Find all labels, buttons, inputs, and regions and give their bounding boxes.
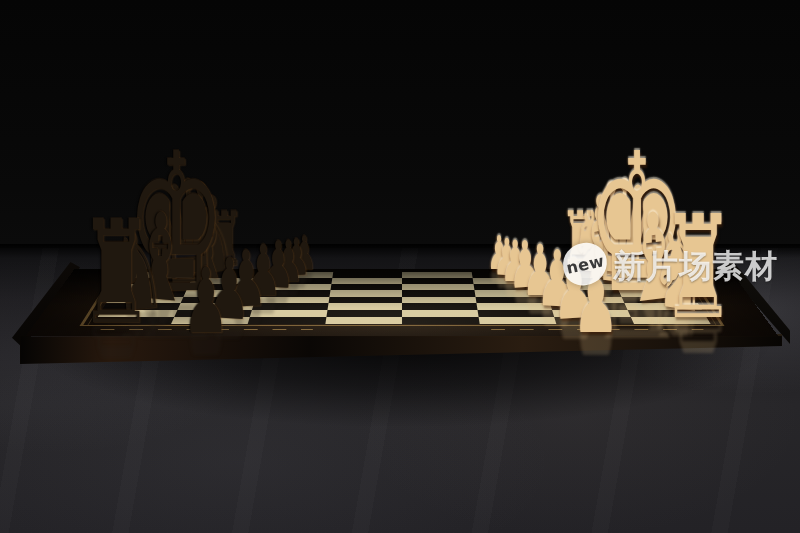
piece-black-pawn-h7[interactable]: ♟ [183, 256, 230, 346]
square-f4[interactable] [402, 303, 477, 310]
watermark-text: 新片场素材 [613, 245, 778, 289]
watermark-logo-text: new [564, 251, 606, 278]
square-f5[interactable] [327, 303, 402, 310]
watermark-logo-icon: new [560, 240, 609, 288]
piece-black-rook-h8[interactable]: ♜ [79, 202, 153, 345]
square-h5[interactable] [325, 317, 402, 324]
square-h4[interactable] [402, 317, 479, 324]
square-g4[interactable] [402, 310, 478, 317]
square-g5[interactable] [326, 310, 402, 317]
watermark: new 新片场素材 [563, 243, 778, 289]
chess-photo-scene: ♜♜♞♞♝♝♚♚♛♛♝♝♞♞♜♜♟♟♟♟♟♟♟♟♟♟♟♟♟♟♟♟♜♜♞♞♝♝♚♚… [0, 0, 800, 533]
